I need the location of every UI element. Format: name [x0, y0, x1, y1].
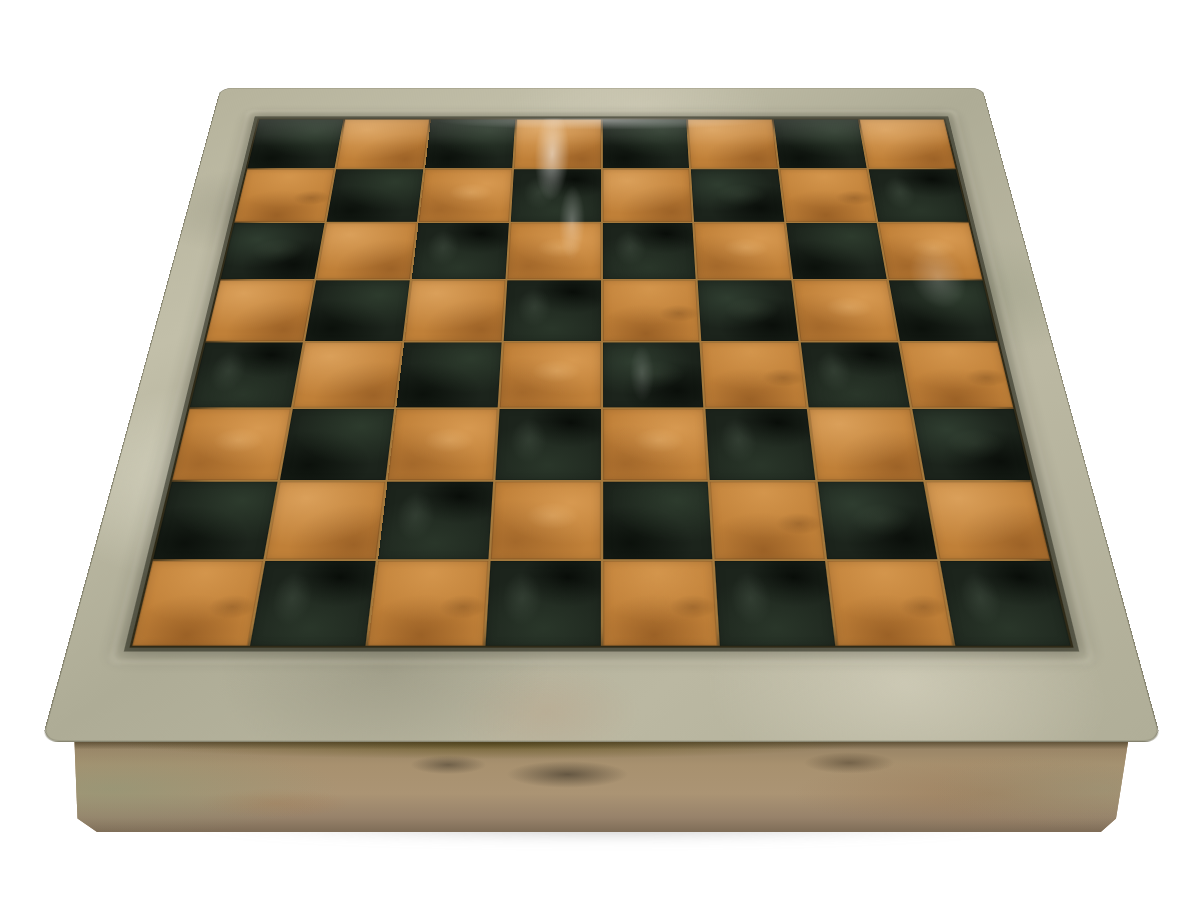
- square-e2[interactable]: [603, 482, 713, 559]
- square-f5[interactable]: [698, 280, 799, 341]
- square-e6[interactable]: [602, 223, 696, 279]
- square-e5[interactable]: [602, 280, 699, 341]
- square-c5[interactable]: [404, 280, 505, 341]
- square-f6[interactable]: [694, 223, 791, 279]
- square-g6[interactable]: [786, 223, 886, 279]
- square-h3[interactable]: [912, 409, 1030, 480]
- square-c3[interactable]: [387, 409, 497, 480]
- square-f2[interactable]: [710, 482, 825, 559]
- square-g7[interactable]: [780, 169, 876, 221]
- square-c6[interactable]: [412, 223, 509, 279]
- square-a5[interactable]: [206, 280, 314, 341]
- square-g3[interactable]: [809, 409, 923, 480]
- square-h7[interactable]: [869, 169, 969, 221]
- square-h2[interactable]: [926, 482, 1050, 559]
- square-a4[interactable]: [190, 342, 303, 408]
- square-c7[interactable]: [419, 169, 512, 221]
- square-g4[interactable]: [801, 342, 910, 408]
- square-e4[interactable]: [602, 342, 703, 408]
- square-f3[interactable]: [706, 409, 816, 480]
- box-base: [58, 736, 1142, 832]
- square-b3[interactable]: [280, 409, 394, 480]
- square-d2[interactable]: [490, 482, 600, 559]
- square-c2[interactable]: [378, 482, 493, 559]
- square-d3[interactable]: [495, 409, 600, 480]
- square-d4[interactable]: [499, 342, 600, 408]
- square-d5[interactable]: [503, 280, 600, 341]
- square-a3[interactable]: [172, 409, 290, 480]
- square-f4[interactable]: [702, 342, 807, 408]
- square-e3[interactable]: [603, 409, 708, 480]
- square-b6[interactable]: [316, 223, 416, 279]
- product-photo: Angled product photo of an empty stone c…: [0, 0, 1200, 900]
- square-h1[interactable]: [940, 561, 1071, 646]
- square-d6[interactable]: [507, 223, 601, 279]
- square-a8[interactable]: [247, 119, 343, 168]
- square-b1[interactable]: [250, 561, 376, 646]
- square-e8[interactable]: [602, 119, 689, 168]
- square-f1[interactable]: [715, 561, 835, 646]
- square-c4[interactable]: [396, 342, 501, 408]
- square-c1[interactable]: [367, 561, 487, 646]
- square-b2[interactable]: [265, 482, 385, 559]
- square-d8[interactable]: [514, 119, 601, 168]
- square-b4[interactable]: [293, 342, 402, 408]
- square-f8[interactable]: [688, 119, 778, 168]
- square-c8[interactable]: [425, 119, 515, 168]
- square-b5[interactable]: [305, 280, 410, 341]
- square-h4[interactable]: [900, 342, 1013, 408]
- square-g2[interactable]: [818, 482, 938, 559]
- square-a6[interactable]: [221, 223, 325, 279]
- square-d7[interactable]: [510, 169, 600, 221]
- square-f7[interactable]: [691, 169, 784, 221]
- square-b8[interactable]: [336, 119, 429, 168]
- square-a2[interactable]: [153, 482, 277, 559]
- square-e7[interactable]: [602, 169, 692, 221]
- square-h6[interactable]: [879, 223, 983, 279]
- square-g1[interactable]: [828, 561, 954, 646]
- square-b7[interactable]: [327, 169, 423, 221]
- square-e1[interactable]: [603, 561, 718, 646]
- square-a7[interactable]: [235, 169, 335, 221]
- square-g5[interactable]: [793, 280, 898, 341]
- board-frame: [41, 88, 1162, 742]
- square-h8[interactable]: [860, 119, 956, 168]
- square-g8[interactable]: [774, 119, 867, 168]
- chess-board: [129, 118, 1073, 647]
- square-d1[interactable]: [485, 561, 600, 646]
- square-a1[interactable]: [132, 561, 263, 646]
- square-h5[interactable]: [889, 280, 997, 341]
